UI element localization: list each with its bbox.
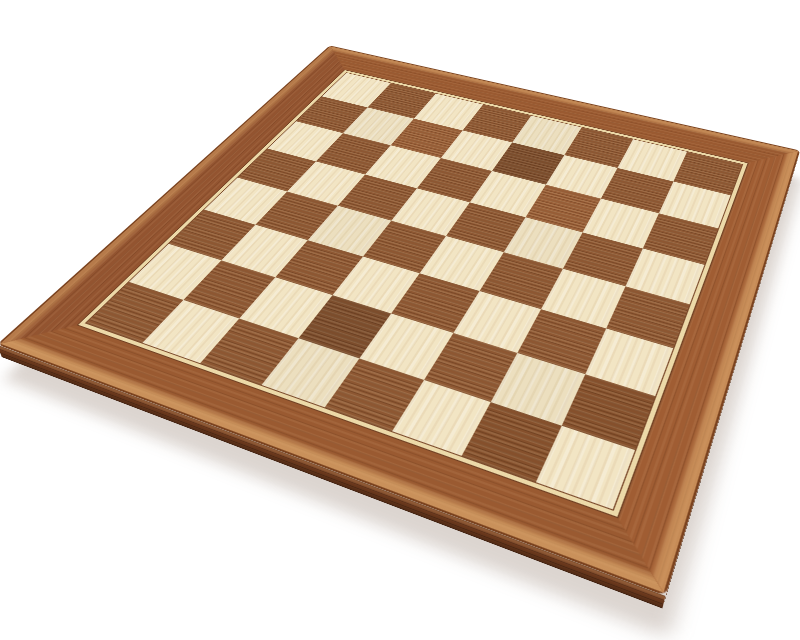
square-h2[interactable]: [561, 374, 655, 450]
square-f3[interactable]: [453, 291, 541, 353]
square-h1[interactable]: [535, 425, 635, 509]
square-a1[interactable]: [86, 282, 183, 343]
square-c3[interactable]: [275, 240, 362, 295]
square-h3[interactable]: [585, 328, 674, 396]
product-photo-background: [0, 0, 800, 640]
square-a2[interactable]: [129, 244, 221, 300]
square-c2[interactable]: [240, 277, 332, 337]
square-d3[interactable]: [332, 256, 420, 313]
square-g2[interactable]: [491, 353, 585, 425]
square-b2[interactable]: [183, 260, 275, 318]
square-e1[interactable]: [325, 358, 424, 431]
square-g4[interactable]: [541, 269, 625, 328]
square-b1[interactable]: [142, 299, 240, 363]
square-g5[interactable]: [563, 232, 643, 286]
square-f2[interactable]: [424, 333, 518, 402]
mahogany-frame-bottom: [0, 310, 682, 596]
board-3d-wrapper: [146, 0, 746, 536]
square-g3[interactable]: [517, 309, 605, 374]
square-e3[interactable]: [391, 273, 479, 333]
square-e2[interactable]: [360, 313, 453, 379]
square-f4[interactable]: [479, 252, 563, 309]
square-h4[interactable]: [606, 286, 690, 348]
square-d1[interactable]: [261, 338, 360, 408]
square-g1[interactable]: [462, 402, 562, 482]
square-e4[interactable]: [420, 236, 503, 291]
square-c1[interactable]: [200, 318, 298, 385]
square-d2[interactable]: [298, 295, 391, 358]
square-f1[interactable]: [392, 379, 491, 455]
square-h5[interactable]: [625, 248, 705, 304]
